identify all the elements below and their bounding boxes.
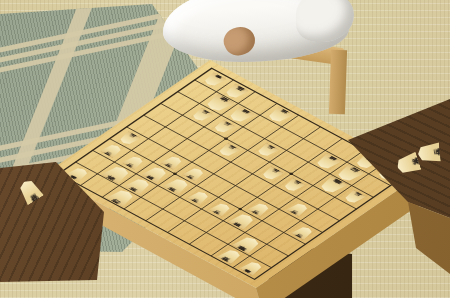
shogi-scene: 香車桂馬金将桂馬香車王将銀将銀将角行歩兵歩兵歩兵飛車歩兵歩兵歩兵歩兵歩兵歩兵歩兵… [0,0,450,298]
player-bench-leg [329,50,347,115]
